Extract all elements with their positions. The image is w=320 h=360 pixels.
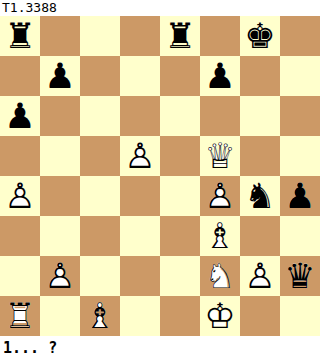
white-bishop: ♝♗ — [200, 216, 240, 256]
square-e4[interactable] — [160, 176, 200, 216]
square-b3[interactable] — [40, 216, 80, 256]
square-g6[interactable] — [240, 96, 280, 136]
piece-glyph-layer: ♟ — [40, 56, 80, 96]
black-rook: ♖♜ — [160, 16, 200, 56]
square-f8[interactable] — [200, 16, 240, 56]
square-d2[interactable] — [120, 256, 160, 296]
white-queen: ♛♕ — [200, 136, 240, 176]
square-c6[interactable] — [80, 96, 120, 136]
white-king: ♚♔ — [200, 296, 240, 336]
square-g3[interactable] — [240, 216, 280, 256]
square-h7[interactable] — [280, 56, 320, 96]
white-bishop: ♝♗ — [80, 296, 120, 336]
piece-glyph-layer: ♞ — [240, 176, 280, 216]
black-king: ♔♚ — [240, 16, 280, 56]
square-b2[interactable]: ♟♙ — [40, 256, 80, 296]
black-pawn: ♙♟ — [40, 56, 80, 96]
piece-glyph-layer: ♙ — [200, 176, 240, 216]
square-g4[interactable]: ♘♞ — [240, 176, 280, 216]
piece-glyph-layer: ♜ — [0, 16, 40, 56]
piece-glyph-layer: ♟ — [0, 96, 40, 136]
chess-board: ♖♜♖♜♔♚♙♟♙♟♙♟♟♙♛♕♟♙♟♙♘♞♙♟♝♗♟♙♞♘♟♙♕♛♜♖♝♗♚♔ — [0, 16, 320, 336]
black-queen: ♕♛ — [280, 256, 320, 296]
square-d4[interactable] — [120, 176, 160, 216]
white-pawn: ♟♙ — [240, 256, 280, 296]
square-f6[interactable] — [200, 96, 240, 136]
piece-glyph-layer: ♗ — [200, 216, 240, 256]
square-g5[interactable] — [240, 136, 280, 176]
square-c5[interactable] — [80, 136, 120, 176]
square-f2[interactable]: ♞♘ — [200, 256, 240, 296]
square-f1[interactable]: ♚♔ — [200, 296, 240, 336]
square-d7[interactable] — [120, 56, 160, 96]
piece-glyph-layer: ♔ — [200, 296, 240, 336]
square-c2[interactable] — [80, 256, 120, 296]
white-pawn: ♟♙ — [200, 176, 240, 216]
piece-glyph-layer: ♙ — [120, 136, 160, 176]
square-e5[interactable] — [160, 136, 200, 176]
square-a5[interactable] — [0, 136, 40, 176]
black-pawn: ♙♟ — [280, 176, 320, 216]
square-f3[interactable]: ♝♗ — [200, 216, 240, 256]
square-f7[interactable]: ♙♟ — [200, 56, 240, 96]
black-knight: ♘♞ — [240, 176, 280, 216]
white-pawn: ♟♙ — [120, 136, 160, 176]
square-g8[interactable]: ♔♚ — [240, 16, 280, 56]
square-d5[interactable]: ♟♙ — [120, 136, 160, 176]
black-pawn: ♙♟ — [0, 96, 40, 136]
square-h3[interactable] — [280, 216, 320, 256]
square-a3[interactable] — [0, 216, 40, 256]
square-e1[interactable] — [160, 296, 200, 336]
square-c7[interactable] — [80, 56, 120, 96]
piece-glyph-layer: ♙ — [240, 256, 280, 296]
piece-glyph-layer: ♚ — [240, 16, 280, 56]
square-d3[interactable] — [120, 216, 160, 256]
square-e2[interactable] — [160, 256, 200, 296]
square-c3[interactable] — [80, 216, 120, 256]
piece-glyph-layer: ♟ — [200, 56, 240, 96]
puzzle-id: T1.3388 — [0, 0, 320, 16]
square-b1[interactable] — [40, 296, 80, 336]
square-a4[interactable]: ♟♙ — [0, 176, 40, 216]
piece-glyph-layer: ♕ — [200, 136, 240, 176]
square-e3[interactable] — [160, 216, 200, 256]
white-rook: ♜♖ — [0, 296, 40, 336]
square-c4[interactable] — [80, 176, 120, 216]
square-a8[interactable]: ♖♜ — [0, 16, 40, 56]
piece-glyph-layer: ♙ — [40, 256, 80, 296]
piece-glyph-layer: ♘ — [200, 256, 240, 296]
piece-glyph-layer: ♛ — [280, 256, 320, 296]
white-knight: ♞♘ — [200, 256, 240, 296]
square-c8[interactable] — [80, 16, 120, 56]
square-e8[interactable]: ♖♜ — [160, 16, 200, 56]
piece-glyph-layer: ♖ — [0, 296, 40, 336]
white-pawn: ♟♙ — [40, 256, 80, 296]
square-h1[interactable] — [280, 296, 320, 336]
move-prompt: 1... ? — [0, 336, 320, 360]
square-b7[interactable]: ♙♟ — [40, 56, 80, 96]
square-b6[interactable] — [40, 96, 80, 136]
black-rook: ♖♜ — [0, 16, 40, 56]
square-b5[interactable] — [40, 136, 80, 176]
piece-glyph-layer: ♜ — [160, 16, 200, 56]
square-g2[interactable]: ♟♙ — [240, 256, 280, 296]
square-h2[interactable]: ♕♛ — [280, 256, 320, 296]
square-h8[interactable] — [280, 16, 320, 56]
square-d6[interactable] — [120, 96, 160, 136]
square-d8[interactable] — [120, 16, 160, 56]
square-h5[interactable] — [280, 136, 320, 176]
piece-glyph-layer: ♙ — [0, 176, 40, 216]
square-d1[interactable] — [120, 296, 160, 336]
square-a6[interactable]: ♙♟ — [0, 96, 40, 136]
square-f4[interactable]: ♟♙ — [200, 176, 240, 216]
square-c1[interactable]: ♝♗ — [80, 296, 120, 336]
piece-glyph-layer: ♟ — [280, 176, 320, 216]
square-a7[interactable] — [0, 56, 40, 96]
square-a2[interactable] — [0, 256, 40, 296]
square-b8[interactable] — [40, 16, 80, 56]
square-h4[interactable]: ♙♟ — [280, 176, 320, 216]
square-f5[interactable]: ♛♕ — [200, 136, 240, 176]
piece-glyph-layer: ♗ — [80, 296, 120, 336]
square-e6[interactable] — [160, 96, 200, 136]
square-h6[interactable] — [280, 96, 320, 136]
square-g1[interactable] — [240, 296, 280, 336]
square-g7[interactable] — [240, 56, 280, 96]
square-b4[interactable] — [40, 176, 80, 216]
white-pawn: ♟♙ — [0, 176, 40, 216]
black-pawn: ♙♟ — [200, 56, 240, 96]
square-e7[interactable] — [160, 56, 200, 96]
square-a1[interactable]: ♜♖ — [0, 296, 40, 336]
